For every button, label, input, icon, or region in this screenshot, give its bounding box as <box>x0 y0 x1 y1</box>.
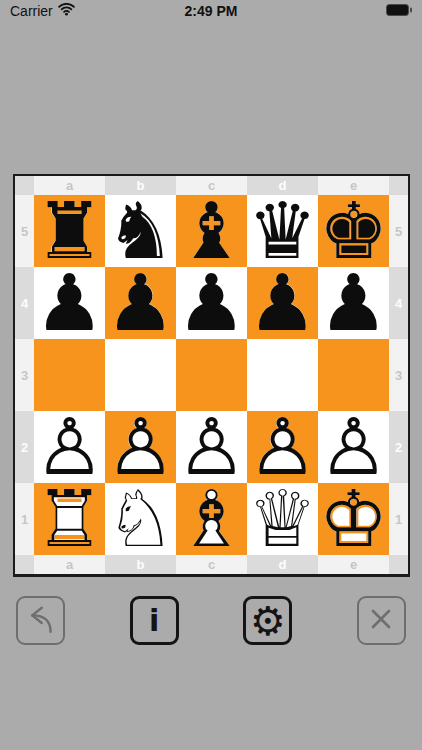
piece-outline-layer: ♞ <box>105 195 176 267</box>
battery-icon <box>386 3 412 19</box>
piece-outline-layer: ♟ <box>34 267 105 339</box>
piece-outline-layer: ♘ <box>105 483 176 555</box>
piece-outline-layer: ♕ <box>247 483 318 555</box>
piece-outline-layer: ♛ <box>247 195 318 267</box>
piece-black-pawn[interactable]: ♙♟ <box>247 267 318 339</box>
square-b2[interactable]: ♟♙ <box>105 411 176 483</box>
gear-icon: ⚙ <box>250 601 286 641</box>
square-d4[interactable]: ♙♟ <box>247 267 318 339</box>
info-icon: i <box>149 606 159 636</box>
piece-outline-layer: ♜ <box>34 195 105 267</box>
rank-label-right-5: 5 <box>389 195 408 267</box>
piece-outline-layer: ♟ <box>318 267 389 339</box>
rank-label-left-1: 1 <box>15 483 34 555</box>
rank-label-right-1: 1 <box>389 483 408 555</box>
file-label-bottom-d: d <box>247 555 318 574</box>
status-bar: Carrier 2:49 PM <box>0 0 422 22</box>
square-a5[interactable]: ♖♜ <box>34 195 105 267</box>
piece-black-knight[interactable]: ♘♞ <box>105 195 176 267</box>
undo-arrow-icon <box>25 601 57 641</box>
piece-outline-layer: ♝ <box>176 195 247 267</box>
piece-white-queen[interactable]: ♛♕ <box>247 483 318 555</box>
square-d1[interactable]: ♛♕ <box>247 483 318 555</box>
square-c2[interactable]: ♟♙ <box>176 411 247 483</box>
square-b1[interactable]: ♞♘ <box>105 483 176 555</box>
square-b5[interactable]: ♘♞ <box>105 195 176 267</box>
piece-black-rook[interactable]: ♖♜ <box>34 195 105 267</box>
piece-outline-layer: ♙ <box>247 411 318 483</box>
piece-outline-layer: ♙ <box>318 411 389 483</box>
piece-outline-layer: ♟ <box>247 267 318 339</box>
piece-white-pawn[interactable]: ♟♙ <box>247 411 318 483</box>
rank-label-right-4: 4 <box>389 267 408 339</box>
bottom-toolbar: i ⚙ <box>0 596 422 645</box>
square-e5[interactable]: ♔♚ <box>318 195 389 267</box>
piece-black-pawn[interactable]: ♙♟ <box>176 267 247 339</box>
square-c4[interactable]: ♙♟ <box>176 267 247 339</box>
rank-label-left-3: 3 <box>15 339 34 411</box>
piece-black-pawn[interactable]: ♙♟ <box>105 267 176 339</box>
piece-white-pawn[interactable]: ♟♙ <box>318 411 389 483</box>
piece-white-pawn[interactable]: ♟♙ <box>34 411 105 483</box>
piece-white-king[interactable]: ♚♔ <box>318 483 389 555</box>
piece-black-pawn[interactable]: ♙♟ <box>318 267 389 339</box>
piece-outline-layer: ♔ <box>318 483 389 555</box>
piece-black-bishop[interactable]: ♗♝ <box>176 195 247 267</box>
square-e1[interactable]: ♚♔ <box>318 483 389 555</box>
piece-outline-layer: ♙ <box>176 411 247 483</box>
square-d5[interactable]: ♕♛ <box>247 195 318 267</box>
rank-label-left-5: 5 <box>15 195 34 267</box>
square-d2[interactable]: ♟♙ <box>247 411 318 483</box>
square-b3[interactable] <box>105 339 176 411</box>
settings-button[interactable]: ⚙ <box>243 596 292 645</box>
rank-label-left-2: 2 <box>15 411 34 483</box>
square-c3[interactable] <box>176 339 247 411</box>
info-button[interactable]: i <box>130 596 179 645</box>
file-label-bottom-b: b <box>105 555 176 574</box>
undo-button[interactable] <box>16 596 65 645</box>
carrier-label: Carrier <box>10 3 53 19</box>
board-corner <box>389 555 408 574</box>
rank-label-right-3: 3 <box>389 339 408 411</box>
piece-outline-layer: ♙ <box>105 411 176 483</box>
rank-label-right-2: 2 <box>389 411 408 483</box>
piece-outline-layer: ♟ <box>176 267 247 339</box>
square-b4[interactable]: ♙♟ <box>105 267 176 339</box>
piece-white-rook[interactable]: ♜♖ <box>34 483 105 555</box>
piece-white-pawn[interactable]: ♟♙ <box>105 411 176 483</box>
rank-label-left-4: 4 <box>15 267 34 339</box>
square-a1[interactable]: ♜♖ <box>34 483 105 555</box>
piece-white-knight[interactable]: ♞♘ <box>105 483 176 555</box>
board-corner <box>389 176 408 195</box>
file-label-bottom-e: e <box>318 555 389 574</box>
board-corner <box>15 555 34 574</box>
square-c1[interactable]: ♝♗ <box>176 483 247 555</box>
piece-outline-layer: ♚ <box>318 195 389 267</box>
square-e3[interactable] <box>318 339 389 411</box>
close-icon <box>368 606 394 636</box>
file-label-bottom-c: c <box>176 555 247 574</box>
piece-outline-layer: ♙ <box>34 411 105 483</box>
square-a2[interactable]: ♟♙ <box>34 411 105 483</box>
piece-outline-layer: ♖ <box>34 483 105 555</box>
file-label-bottom-a: a <box>34 555 105 574</box>
chess-board-grid: abcde5♖♜♘♞♗♝♕♛♔♚54♙♟♙♟♙♟♙♟♙♟4332♟♙♟♙♟♙♟♙… <box>15 176 408 574</box>
square-d3[interactable] <box>247 339 318 411</box>
piece-black-queen[interactable]: ♕♛ <box>247 195 318 267</box>
piece-black-pawn[interactable]: ♙♟ <box>34 267 105 339</box>
square-e4[interactable]: ♙♟ <box>318 267 389 339</box>
piece-outline-layer: ♟ <box>105 267 176 339</box>
chess-board: abcde5♖♜♘♞♗♝♕♛♔♚54♙♟♙♟♙♟♙♟♙♟4332♟♙♟♙♟♙♟♙… <box>13 174 410 577</box>
board-corner <box>15 176 34 195</box>
piece-white-bishop[interactable]: ♝♗ <box>176 483 247 555</box>
piece-black-king[interactable]: ♔♚ <box>318 195 389 267</box>
piece-white-pawn[interactable]: ♟♙ <box>176 411 247 483</box>
square-c5[interactable]: ♗♝ <box>176 195 247 267</box>
piece-outline-layer: ♗ <box>176 483 247 555</box>
wifi-icon <box>58 3 75 19</box>
close-button[interactable] <box>357 596 406 645</box>
square-a4[interactable]: ♙♟ <box>34 267 105 339</box>
square-a3[interactable] <box>34 339 105 411</box>
square-e2[interactable]: ♟♙ <box>318 411 389 483</box>
